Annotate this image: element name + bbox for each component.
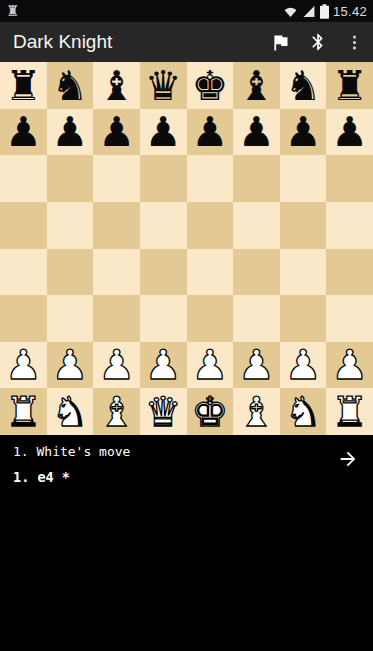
square-d5[interactable] [140, 202, 187, 249]
square-e6[interactable] [187, 155, 234, 202]
app-title: Dark Knight [13, 31, 262, 53]
black-pawn: ♟ [5, 109, 42, 155]
square-f8[interactable]: ♝ [233, 62, 280, 109]
move-list-text[interactable]: 1. e4 * [13, 469, 360, 485]
square-h6[interactable] [326, 155, 373, 202]
black-knight: ♞ [285, 63, 322, 109]
white-bishop: ♝ [98, 389, 135, 435]
clock-time: 15.42 [333, 4, 367, 19]
white-king: ♚ [191, 389, 228, 435]
black-pawn: ♟ [98, 109, 135, 155]
wifi-icon [283, 5, 298, 18]
overflow-menu-icon [345, 33, 364, 52]
square-g7[interactable]: ♟ [280, 109, 327, 156]
square-b5[interactable] [47, 202, 94, 249]
black-bishop: ♝ [98, 63, 135, 109]
square-f3[interactable] [233, 295, 280, 342]
square-h4[interactable] [326, 249, 373, 296]
square-h2[interactable]: ♟ [326, 342, 373, 389]
white-pawn: ♟ [5, 342, 42, 388]
white-pawn: ♟ [145, 342, 182, 388]
white-pawn: ♟ [191, 342, 228, 388]
phone-screen: ♜ 15.42 Dark Knight [0, 0, 373, 651]
square-a6[interactable] [0, 155, 47, 202]
square-b4[interactable] [47, 249, 94, 296]
square-a7[interactable]: ♟ [0, 109, 47, 156]
square-h1[interactable]: ♜ [326, 388, 373, 435]
square-d2[interactable]: ♟ [140, 342, 187, 389]
square-f6[interactable] [233, 155, 280, 202]
flag-icon [270, 32, 291, 53]
square-f7[interactable]: ♟ [233, 109, 280, 156]
square-a1[interactable]: ♜ [0, 388, 47, 435]
square-e3[interactable] [187, 295, 234, 342]
square-c2[interactable]: ♟ [93, 342, 140, 389]
black-king: ♚ [191, 63, 228, 109]
white-pawn: ♟ [98, 342, 135, 388]
rook-notification-icon: ♜ [6, 4, 19, 19]
square-a3[interactable] [0, 295, 47, 342]
square-e8[interactable]: ♚ [187, 62, 234, 109]
square-b6[interactable] [47, 155, 94, 202]
square-e1[interactable]: ♚ [187, 388, 234, 435]
black-rook: ♜ [5, 63, 42, 109]
square-c5[interactable] [93, 202, 140, 249]
battery-icon [320, 4, 329, 19]
square-f5[interactable] [233, 202, 280, 249]
square-g1[interactable]: ♞ [280, 388, 327, 435]
square-f1[interactable]: ♝ [233, 388, 280, 435]
square-c4[interactable] [93, 249, 140, 296]
square-g5[interactable] [280, 202, 327, 249]
game-status-text: 1. White's move [13, 444, 360, 460]
square-b2[interactable]: ♟ [47, 342, 94, 389]
square-g4[interactable] [280, 249, 327, 296]
forward-move-button[interactable] [334, 447, 362, 471]
square-c7[interactable]: ♟ [93, 109, 140, 156]
bluetooth-button[interactable] [299, 22, 336, 62]
square-b7[interactable]: ♟ [47, 109, 94, 156]
black-pawn: ♟ [52, 109, 89, 155]
square-d8[interactable]: ♛ [140, 62, 187, 109]
white-queen: ♛ [145, 389, 182, 435]
square-d4[interactable] [140, 249, 187, 296]
white-knight: ♞ [52, 389, 89, 435]
square-g2[interactable]: ♟ [280, 342, 327, 389]
white-pawn: ♟ [331, 342, 368, 388]
black-queen: ♛ [145, 63, 182, 109]
white-rook: ♜ [5, 389, 42, 435]
white-bishop: ♝ [238, 389, 275, 435]
chess-board: ♜♞♝♛♚♝♞♜♟♟♟♟♟♟♟♟♟♟♟♟♟♟♟♟♜♞♝♛♚♝♞♜ [0, 62, 373, 435]
status-bar-right: 15.42 [283, 4, 367, 19]
white-pawn: ♟ [285, 342, 322, 388]
status-bar-left: ♜ [6, 4, 19, 19]
square-a5[interactable] [0, 202, 47, 249]
square-h5[interactable] [326, 202, 373, 249]
white-knight: ♞ [285, 389, 322, 435]
square-e7[interactable]: ♟ [187, 109, 234, 156]
square-h3[interactable] [326, 295, 373, 342]
black-rook: ♜ [331, 63, 368, 109]
square-h7[interactable]: ♟ [326, 109, 373, 156]
signal-icon [302, 5, 316, 18]
black-pawn: ♟ [331, 109, 368, 155]
bluetooth-icon [308, 32, 328, 52]
status-bar: ♜ 15.42 [0, 0, 373, 22]
black-pawn: ♟ [238, 109, 275, 155]
black-knight: ♞ [52, 63, 89, 109]
square-a4[interactable] [0, 249, 47, 296]
square-a8[interactable]: ♜ [0, 62, 47, 109]
app-bar: Dark Knight [0, 22, 373, 62]
square-d6[interactable] [140, 155, 187, 202]
white-pawn: ♟ [52, 342, 89, 388]
square-g6[interactable] [280, 155, 327, 202]
black-pawn: ♟ [145, 109, 182, 155]
square-d7[interactable]: ♟ [140, 109, 187, 156]
square-d1[interactable]: ♛ [140, 388, 187, 435]
square-g8[interactable]: ♞ [280, 62, 327, 109]
square-h8[interactable]: ♜ [326, 62, 373, 109]
white-rook: ♜ [331, 389, 368, 435]
overflow-menu-button[interactable] [336, 22, 373, 62]
square-c6[interactable] [93, 155, 140, 202]
square-b3[interactable] [47, 295, 94, 342]
square-b8[interactable]: ♞ [47, 62, 94, 109]
square-d3[interactable] [140, 295, 187, 342]
square-c1[interactable]: ♝ [93, 388, 140, 435]
black-pawn: ♟ [191, 109, 228, 155]
black-bishop: ♝ [238, 63, 275, 109]
black-pawn: ♟ [285, 109, 322, 155]
moves-panel: 1. White's move 1. e4 * [0, 435, 373, 651]
app-bar-actions [262, 22, 373, 62]
square-a2[interactable]: ♟ [0, 342, 47, 389]
square-e4[interactable] [187, 249, 234, 296]
square-g3[interactable] [280, 295, 327, 342]
white-pawn: ♟ [238, 342, 275, 388]
square-b1[interactable]: ♞ [47, 388, 94, 435]
square-e2[interactable]: ♟ [187, 342, 234, 389]
square-f4[interactable] [233, 249, 280, 296]
square-f2[interactable]: ♟ [233, 342, 280, 389]
flag-button[interactable] [262, 22, 299, 62]
square-c3[interactable] [93, 295, 140, 342]
square-c8[interactable]: ♝ [93, 62, 140, 109]
arrow-forward-icon [335, 448, 361, 470]
square-e5[interactable] [187, 202, 234, 249]
